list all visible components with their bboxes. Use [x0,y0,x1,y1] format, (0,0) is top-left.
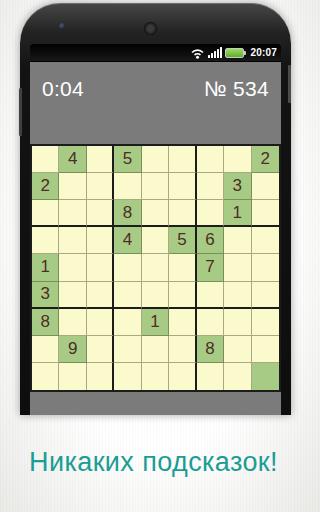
cell-r6c6[interactable] [169,282,196,309]
cell-r1c9[interactable]: 2 [252,146,279,173]
cell-r2c6[interactable] [169,173,196,200]
cell-r2c1[interactable]: 2 [32,173,59,200]
phone-mockup: 20:07 0:04 № 534 45223814561738198 [20,3,291,415]
cell-r5c2[interactable] [59,254,86,281]
cell-r2c9[interactable] [252,173,279,200]
cell-r7c1[interactable]: 8 [32,309,59,336]
cell-r5c8[interactable] [224,254,251,281]
cell-r1c4[interactable]: 5 [114,146,141,173]
cell-r1c5[interactable] [142,146,169,173]
front-camera-icon [59,23,65,29]
cell-r4c9[interactable] [252,227,279,254]
cell-r5c5[interactable] [142,254,169,281]
wifi-icon [190,47,205,59]
cell-r8c5[interactable] [142,336,169,363]
cell-r2c5[interactable] [142,173,169,200]
cell-r3c4[interactable]: 8 [114,200,141,227]
cell-r1c7[interactable] [197,146,224,173]
battery-icon [225,48,244,58]
cell-r3c3[interactable] [87,200,114,227]
cell-r7c7[interactable] [197,309,224,336]
cell-r7c8[interactable] [224,309,251,336]
cell-r1c8[interactable] [224,146,251,173]
cell-r3c1[interactable] [32,200,59,227]
cell-r3c2[interactable] [59,200,86,227]
cell-r8c4[interactable] [114,336,141,363]
status-bar: 20:07 [30,44,281,62]
sudoku-app: 0:04 № 534 45223814561738198 [30,62,281,415]
caption-text: Никаких подсказок! [0,447,307,478]
cell-r4c2[interactable] [59,227,86,254]
status-time: 20:07 [250,47,277,58]
cell-r7c5[interactable]: 1 [142,309,169,336]
cell-r6c9[interactable] [252,282,279,309]
cell-r6c3[interactable] [87,282,114,309]
cell-r9c3[interactable] [87,363,114,390]
cell-r5c1[interactable]: 1 [32,254,59,281]
cell-r1c6[interactable] [169,146,196,173]
cell-r4c1[interactable] [32,227,59,254]
cell-r4c3[interactable] [87,227,114,254]
cell-r5c6[interactable] [169,254,196,281]
power-button [288,65,291,103]
cell-r2c3[interactable] [87,173,114,200]
cell-r6c5[interactable] [142,282,169,309]
cell-r8c1[interactable] [32,336,59,363]
app-header: 0:04 № 534 [30,62,281,144]
cell-r5c3[interactable] [87,254,114,281]
cell-r4c5[interactable] [142,227,169,254]
cell-r6c8[interactable] [224,282,251,309]
cell-r9c5[interactable] [142,363,169,390]
timer: 0:04 [42,77,84,101]
speaker-grille-icon [144,22,157,35]
cell-r3c5[interactable] [142,200,169,227]
cell-r9c9[interactable] [252,363,279,390]
cell-r7c9[interactable] [252,309,279,336]
sudoku-board: 45223814561738198 [30,144,281,392]
cell-r5c4[interactable] [114,254,141,281]
cell-r7c3[interactable] [87,309,114,336]
phone-screen: 20:07 0:04 № 534 45223814561738198 [30,44,281,415]
cell-r1c3[interactable] [87,146,114,173]
cell-r8c8[interactable] [224,336,251,363]
cell-r8c6[interactable] [169,336,196,363]
cell-r2c8[interactable]: 3 [224,173,251,200]
cell-r3c8[interactable]: 1 [224,200,251,227]
cell-r2c7[interactable] [197,173,224,200]
cell-r4c8[interactable] [224,227,251,254]
signal-strength-icon [208,47,222,58]
cell-r7c6[interactable] [169,309,196,336]
cell-r6c4[interactable] [114,282,141,309]
cell-r9c7[interactable] [197,363,224,390]
cell-r7c2[interactable] [59,309,86,336]
cell-r8c7[interactable]: 8 [197,336,224,363]
cell-r8c9[interactable] [252,336,279,363]
cell-r3c6[interactable] [169,200,196,227]
cell-r6c7[interactable] [197,282,224,309]
cell-r3c9[interactable] [252,200,279,227]
cell-r2c2[interactable] [59,173,86,200]
cell-r1c1[interactable] [32,146,59,173]
puzzle-number: № 534 [204,77,269,101]
cell-r9c1[interactable] [32,363,59,390]
cell-r1c2[interactable]: 4 [59,146,86,173]
cell-r8c2[interactable]: 9 [59,336,86,363]
cell-r9c4[interactable] [114,363,141,390]
cell-r4c4[interactable]: 4 [114,227,141,254]
cell-r8c3[interactable] [87,336,114,363]
cell-r3c7[interactable] [197,200,224,227]
cell-r9c6[interactable] [169,363,196,390]
cell-r4c7[interactable]: 6 [197,227,224,254]
cell-r6c2[interactable] [59,282,86,309]
cell-r5c9[interactable] [252,254,279,281]
cell-r5c7[interactable]: 7 [197,254,224,281]
cell-r2c4[interactable] [114,173,141,200]
cell-r4c6[interactable]: 5 [169,227,196,254]
cell-r7c4[interactable] [114,309,141,336]
cell-r9c8[interactable] [224,363,251,390]
volume-button [19,88,22,136]
cell-r9c2[interactable] [59,363,86,390]
cell-r6c1[interactable]: 3 [32,282,59,309]
